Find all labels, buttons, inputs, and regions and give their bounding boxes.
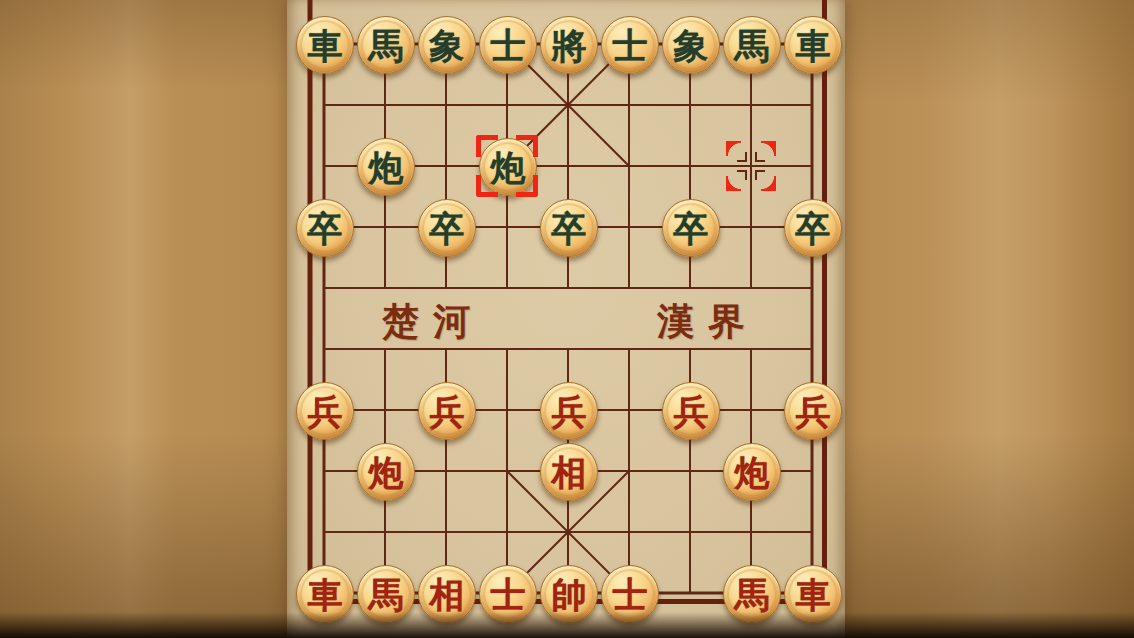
piece-red[interactable]: 相 [418, 565, 476, 623]
piece-black[interactable]: 馬 [357, 16, 415, 74]
background-blur-left [0, 0, 300, 638]
piece-red[interactable]: 車 [296, 565, 354, 623]
piece-red[interactable]: 帥 [540, 565, 598, 623]
piece-black[interactable]: 車 [296, 16, 354, 74]
piece-red[interactable]: 兵 [418, 382, 476, 440]
river-label-right: 漢界 [657, 297, 759, 347]
piece-red[interactable]: 馬 [357, 565, 415, 623]
piece-black[interactable]: 士 [479, 16, 537, 74]
piece-red[interactable]: 兵 [296, 382, 354, 440]
piece-black[interactable]: 象 [662, 16, 720, 74]
xiangqi-board[interactable] [287, 0, 845, 638]
piece-black[interactable]: 卒 [662, 199, 720, 257]
piece-red[interactable]: 士 [601, 565, 659, 623]
background-blur-right [834, 0, 1134, 638]
piece-black[interactable]: 馬 [723, 16, 781, 74]
piece-black[interactable]: 炮 [479, 138, 537, 196]
piece-black[interactable]: 士 [601, 16, 659, 74]
piece-black[interactable]: 卒 [540, 199, 598, 257]
piece-black[interactable]: 卒 [418, 199, 476, 257]
piece-red[interactable]: 兵 [784, 382, 842, 440]
xiangqi-game-screen: 楚河 漢界 車馬象士將士象馬車炮炮卒卒卒卒卒兵兵兵兵兵炮相炮車馬相士帥士馬車 [0, 0, 1134, 638]
piece-red[interactable]: 炮 [723, 443, 781, 501]
piece-red[interactable]: 士 [479, 565, 537, 623]
piece-red[interactable]: 兵 [540, 382, 598, 440]
piece-black[interactable]: 炮 [357, 138, 415, 196]
piece-red[interactable]: 相 [540, 443, 598, 501]
piece-black[interactable]: 將 [540, 16, 598, 74]
piece-red[interactable]: 炮 [357, 443, 415, 501]
piece-black[interactable]: 卒 [296, 199, 354, 257]
piece-red[interactable]: 車 [784, 565, 842, 623]
piece-red[interactable]: 兵 [662, 382, 720, 440]
piece-black[interactable]: 車 [784, 16, 842, 74]
piece-red[interactable]: 馬 [723, 565, 781, 623]
piece-black[interactable]: 卒 [784, 199, 842, 257]
piece-black[interactable]: 象 [418, 16, 476, 74]
river-label-left: 楚河 [382, 297, 484, 347]
